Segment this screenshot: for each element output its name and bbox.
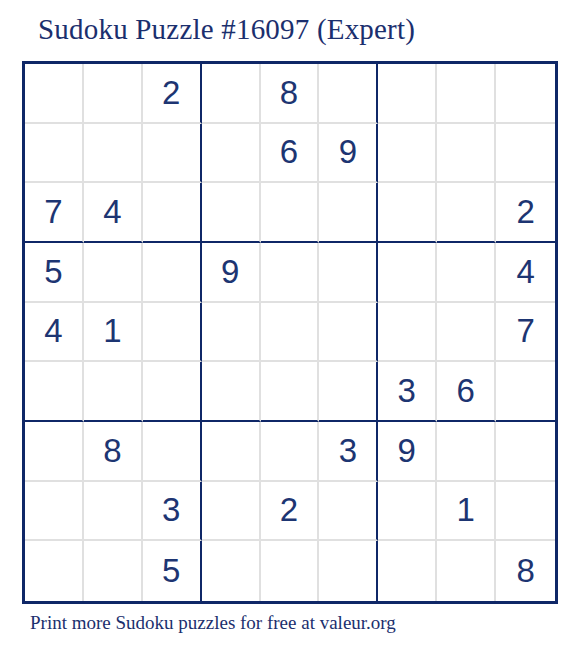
cell-r7-c7[interactable]: 9 (378, 422, 437, 482)
cell-r1-c6[interactable] (319, 64, 378, 124)
cell-r7-c3[interactable] (143, 422, 202, 482)
cell-r9-c3[interactable]: 5 (143, 541, 202, 601)
cell-r3-c7[interactable] (378, 183, 437, 243)
cell-r1-c1[interactable] (25, 64, 84, 124)
cell-r8-c9[interactable] (496, 482, 555, 542)
cell-r4-c9[interactable]: 4 (496, 243, 555, 303)
cell-r6-c2[interactable] (84, 362, 143, 422)
cell-r7-c1[interactable] (25, 422, 84, 482)
cell-r5-c7[interactable] (378, 303, 437, 363)
cell-r9-c1[interactable] (25, 541, 84, 601)
cell-r4-c2[interactable] (84, 243, 143, 303)
cell-r4-c7[interactable] (378, 243, 437, 303)
page-title: Sudoku Puzzle #16097 (Expert) (38, 13, 415, 46)
cell-r5-c4[interactable] (202, 303, 261, 363)
cell-r4-c8[interactable] (437, 243, 496, 303)
cell-r3-c9[interactable]: 2 (496, 183, 555, 243)
cell-r1-c3[interactable]: 2 (143, 64, 202, 124)
cell-r8-c5[interactable]: 2 (261, 482, 320, 542)
cell-r2-c4[interactable] (202, 124, 261, 184)
cell-r8-c8[interactable]: 1 (437, 482, 496, 542)
cell-r7-c2[interactable]: 8 (84, 422, 143, 482)
cell-r2-c1[interactable] (25, 124, 84, 184)
cell-r4-c3[interactable] (143, 243, 202, 303)
cell-r9-c6[interactable] (319, 541, 378, 601)
cell-r2-c7[interactable] (378, 124, 437, 184)
cell-r3-c5[interactable] (261, 183, 320, 243)
cell-r2-c3[interactable] (143, 124, 202, 184)
cell-r1-c9[interactable] (496, 64, 555, 124)
cell-r1-c8[interactable] (437, 64, 496, 124)
cell-r5-c6[interactable] (319, 303, 378, 363)
cell-r6-c9[interactable] (496, 362, 555, 422)
cell-r3-c6[interactable] (319, 183, 378, 243)
cell-r1-c5[interactable]: 8 (261, 64, 320, 124)
cell-r5-c5[interactable] (261, 303, 320, 363)
cell-r6-c7[interactable]: 3 (378, 362, 437, 422)
cell-r3-c1[interactable]: 7 (25, 183, 84, 243)
cell-r8-c7[interactable] (378, 482, 437, 542)
cell-r8-c6[interactable] (319, 482, 378, 542)
cell-r7-c5[interactable] (261, 422, 320, 482)
cell-r7-c6[interactable]: 3 (319, 422, 378, 482)
cell-r9-c4[interactable] (202, 541, 261, 601)
sudoku-board: 28697425944173683932158 (22, 61, 558, 604)
cell-r8-c2[interactable] (84, 482, 143, 542)
cell-r5-c2[interactable]: 1 (84, 303, 143, 363)
cell-r1-c4[interactable] (202, 64, 261, 124)
cell-r2-c5[interactable]: 6 (261, 124, 320, 184)
cell-r6-c3[interactable] (143, 362, 202, 422)
cell-r7-c9[interactable] (496, 422, 555, 482)
cell-r3-c4[interactable] (202, 183, 261, 243)
cell-r5-c1[interactable]: 4 (25, 303, 84, 363)
cell-r2-c6[interactable]: 9 (319, 124, 378, 184)
cell-r9-c7[interactable] (378, 541, 437, 601)
cell-r4-c5[interactable] (261, 243, 320, 303)
cell-r8-c3[interactable]: 3 (143, 482, 202, 542)
cell-r5-c3[interactable] (143, 303, 202, 363)
cell-r6-c6[interactable] (319, 362, 378, 422)
cell-r1-c7[interactable] (378, 64, 437, 124)
cell-r5-c9[interactable]: 7 (496, 303, 555, 363)
cell-r6-c8[interactable]: 6 (437, 362, 496, 422)
cell-r4-c1[interactable]: 5 (25, 243, 84, 303)
cell-r8-c4[interactable] (202, 482, 261, 542)
cell-r6-c5[interactable] (261, 362, 320, 422)
cell-r3-c2[interactable]: 4 (84, 183, 143, 243)
cell-r7-c4[interactable] (202, 422, 261, 482)
cell-r9-c9[interactable]: 8 (496, 541, 555, 601)
cell-r2-c2[interactable] (84, 124, 143, 184)
cell-r2-c9[interactable] (496, 124, 555, 184)
cell-r7-c8[interactable] (437, 422, 496, 482)
cell-r9-c8[interactable] (437, 541, 496, 601)
cell-r2-c8[interactable] (437, 124, 496, 184)
footer-credit: Print more Sudoku puzzles for free at va… (30, 612, 396, 634)
cell-r4-c4[interactable]: 9 (202, 243, 261, 303)
cell-r6-c1[interactable] (25, 362, 84, 422)
cell-r5-c8[interactable] (437, 303, 496, 363)
cell-r4-c6[interactable] (319, 243, 378, 303)
cell-r9-c5[interactable] (261, 541, 320, 601)
cell-r3-c8[interactable] (437, 183, 496, 243)
cell-r6-c4[interactable] (202, 362, 261, 422)
cell-r1-c2[interactable] (84, 64, 143, 124)
cell-r9-c2[interactable] (84, 541, 143, 601)
cell-r3-c3[interactable] (143, 183, 202, 243)
cell-r8-c1[interactable] (25, 482, 84, 542)
